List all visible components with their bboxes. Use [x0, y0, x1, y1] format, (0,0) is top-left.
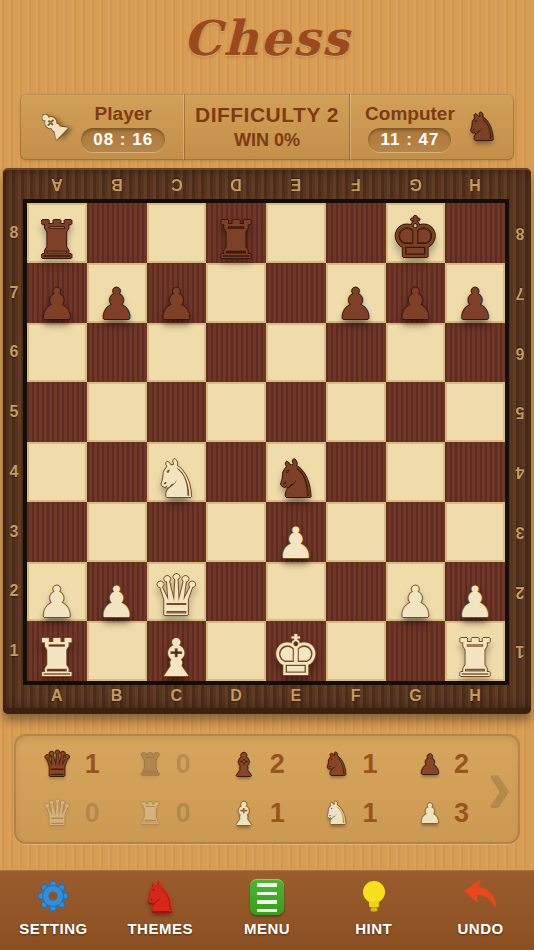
- hint-label: HINT: [355, 920, 392, 937]
- square-g1[interactable]: [386, 621, 446, 681]
- square-b7[interactable]: ♟: [87, 263, 147, 323]
- file-label-bottom-b: B: [87, 687, 147, 705]
- bottom-toolbar: SETTING ♞ THEMES MENU HINT: [0, 870, 534, 950]
- file-label-bottom-d: D: [206, 687, 266, 705]
- piece-black-knight-e4[interactable]: ♞: [273, 453, 320, 505]
- square-e5[interactable]: [266, 382, 326, 442]
- square-c7[interactable]: ♟: [147, 263, 207, 323]
- black-knight-icon: ♞: [323, 749, 351, 780]
- square-e4[interactable]: ♞: [266, 442, 326, 502]
- square-g4[interactable]: [386, 442, 446, 502]
- captured-white-pawn-count: 3: [454, 798, 469, 829]
- red-knight-icon: ♞: [141, 876, 179, 918]
- bulb-icon: [354, 876, 394, 918]
- square-h5[interactable]: [445, 382, 505, 442]
- square-c4[interactable]: ♞: [147, 442, 207, 502]
- square-f2[interactable]: [326, 562, 386, 622]
- rank-label-left-5: 5: [4, 382, 24, 442]
- white-knight-icon: ♞: [323, 798, 351, 829]
- square-d2[interactable]: [206, 562, 266, 622]
- square-d4[interactable]: [206, 442, 266, 502]
- square-h4[interactable]: [445, 442, 505, 502]
- square-c3[interactable]: [147, 502, 207, 562]
- rank-label-left-4: 4: [4, 442, 24, 502]
- square-a4[interactable]: [27, 442, 87, 502]
- square-f7[interactable]: ♟: [326, 263, 386, 323]
- square-a8[interactable]: ♜: [27, 203, 87, 263]
- rank-labels-right: 87654321: [510, 203, 530, 681]
- player-name: Player: [95, 103, 152, 125]
- square-e3[interactable]: ♟: [266, 502, 326, 562]
- black-bishop-icon: ♝: [229, 749, 258, 781]
- square-d3[interactable]: [206, 502, 266, 562]
- captured-black-bishop-count: 2: [270, 749, 285, 780]
- square-g3[interactable]: [386, 502, 446, 562]
- computer-name: Computer: [365, 103, 455, 125]
- piece-black-rook-a8[interactable]: ♜: [34, 214, 81, 266]
- win-percentage: WIN 0%: [234, 130, 300, 151]
- captured-black-pawn-count: 2: [454, 749, 469, 780]
- captured-white-row: ♛0♜0♝1♞1♟3: [24, 789, 490, 838]
- rank-label-right-8: 8: [510, 203, 530, 263]
- square-h6[interactable]: [445, 323, 505, 383]
- captured-black-queen: ♛1: [24, 747, 117, 782]
- square-c2[interactable]: ♛: [147, 562, 207, 622]
- captured-white-knight-count: 1: [363, 798, 378, 829]
- piece-white-king-e1[interactable]: ♚: [271, 628, 321, 684]
- computer-timer: 11 : 47: [368, 128, 451, 152]
- rank-label-right-7: 7: [510, 263, 530, 323]
- square-e6[interactable]: [266, 323, 326, 383]
- rank-label-left-2: 2: [4, 562, 24, 622]
- rank-label-right-6: 6: [510, 323, 530, 383]
- menu-button[interactable]: MENU: [214, 870, 321, 950]
- square-f1[interactable]: [326, 621, 386, 681]
- piece-white-rook-h1[interactable]: ♜: [452, 632, 499, 684]
- square-e7[interactable]: [266, 263, 326, 323]
- themes-label: THEMES: [127, 920, 193, 937]
- player-timer: 08 : 16: [81, 128, 165, 152]
- piece-white-pawn-b2[interactable]: ♟: [97, 581, 136, 624]
- square-e8[interactable]: [266, 203, 326, 263]
- rank-label-right-1: 1: [510, 621, 530, 681]
- square-e1[interactable]: ♚: [266, 621, 326, 681]
- square-e2[interactable]: [266, 562, 326, 622]
- piece-black-pawn-h7[interactable]: ♟: [456, 283, 495, 326]
- square-a1[interactable]: ♜: [27, 621, 87, 681]
- rank-label-right-4: 4: [510, 442, 530, 502]
- square-g2[interactable]: ♟: [386, 562, 446, 622]
- captured-black-knight-count: 1: [363, 749, 378, 780]
- captured-white-queen: ♛0: [24, 796, 117, 831]
- captured-black-knight: ♞1: [304, 749, 397, 780]
- square-f6[interactable]: [326, 323, 386, 383]
- list-icon: [250, 876, 284, 918]
- white-queen-icon: ♛: [41, 796, 72, 831]
- undo-button[interactable]: UNDO: [427, 870, 534, 950]
- square-b1[interactable]: [87, 621, 147, 681]
- chess-board-frame: ABCDEFGH 87654321 87654321 ♜♜♚♟♟♟♟♟♟♞♞♟♟…: [3, 168, 531, 714]
- page-title: Chess: [0, 10, 534, 66]
- rank-label-left-1: 1: [4, 621, 24, 681]
- black-queen-icon: ♛: [41, 747, 72, 782]
- square-b4[interactable]: [87, 442, 147, 502]
- white-pawn-icon: ♟: [418, 800, 442, 827]
- white-rook-icon: ♜: [137, 799, 164, 829]
- file-label-top-d: D: [206, 175, 266, 193]
- captured-black-rook: ♜0: [117, 749, 210, 780]
- captured-white-knight: ♞1: [304, 798, 397, 829]
- file-label-bottom-a: A: [27, 687, 87, 705]
- file-label-top-c: C: [147, 175, 207, 193]
- rank-label-right-3: 3: [510, 502, 530, 562]
- captured-black-pawn: ♟2: [397, 749, 490, 780]
- tray-expand-chevron-icon[interactable]: ❯: [487, 774, 512, 804]
- score-panel: ♝ Player 08 : 16 DIFFICULTY 2 WIN 0% Com…: [20, 94, 514, 160]
- file-label-top-a: A: [27, 175, 87, 193]
- file-label-bottom-g: G: [386, 687, 446, 705]
- piece-black-pawn-a7[interactable]: ♟: [38, 283, 77, 326]
- rank-label-left-6: 6: [4, 323, 24, 383]
- undo-label: UNDO: [458, 920, 504, 937]
- piece-white-pawn-g2[interactable]: ♟: [396, 581, 435, 624]
- piece-black-pawn-b7[interactable]: ♟: [97, 283, 136, 326]
- black-pawn-icon: ♟: [418, 751, 442, 778]
- square-b3[interactable]: [87, 502, 147, 562]
- match-info-section: DIFFICULTY 2 WIN 0%: [184, 94, 350, 160]
- piece-white-rook-a1[interactable]: ♜: [34, 632, 81, 684]
- captured-white-bishop-count: 1: [270, 798, 285, 829]
- app-background: Chess ♝ Player 08 : 16 DIFFICULTY 2 WIN …: [0, 0, 534, 950]
- difficulty-label: DIFFICULTY 2: [195, 103, 339, 127]
- captured-pieces-tray: ♛1♜0♝2♞1♟2 ♛0♜0♝1♞1♟3 ❯: [14, 734, 520, 844]
- rank-label-right-5: 5: [510, 382, 530, 442]
- captured-white-queen-count: 0: [85, 798, 100, 829]
- square-d6[interactable]: [206, 323, 266, 383]
- square-g8[interactable]: ♚: [386, 203, 446, 263]
- file-label-top-h: H: [445, 175, 505, 193]
- captured-white-rook: ♜0: [117, 798, 210, 829]
- file-label-bottom-h: H: [445, 687, 505, 705]
- piece-white-queen-c2[interactable]: ♛: [151, 568, 201, 624]
- square-c6[interactable]: [147, 323, 207, 383]
- file-label-top-b: B: [87, 175, 147, 193]
- square-f3[interactable]: [326, 502, 386, 562]
- square-d5[interactable]: [206, 382, 266, 442]
- captured-black-bishop: ♝2: [210, 749, 303, 781]
- file-label-bottom-f: F: [326, 687, 386, 705]
- square-h7[interactable]: ♟: [445, 263, 505, 323]
- rank-label-left-8: 8: [4, 203, 24, 263]
- square-d8[interactable]: ♜: [206, 203, 266, 263]
- captured-white-pawn: ♟3: [397, 798, 490, 829]
- setting-button[interactable]: SETTING: [0, 870, 107, 950]
- piece-black-pawn-g7[interactable]: ♟: [396, 283, 435, 326]
- square-h1[interactable]: ♜: [445, 621, 505, 681]
- black-knight-icon: ♞: [465, 108, 499, 146]
- captured-black-queen-count: 1: [85, 749, 100, 780]
- square-a7[interactable]: ♟: [27, 263, 87, 323]
- square-c1[interactable]: ♝: [147, 621, 207, 681]
- square-d1[interactable]: [206, 621, 266, 681]
- square-b2[interactable]: ♟: [87, 562, 147, 622]
- rank-labels-left: 87654321: [4, 203, 24, 681]
- piece-black-pawn-f7[interactable]: ♟: [336, 283, 375, 326]
- square-f8[interactable]: [326, 203, 386, 263]
- square-a6[interactable]: [27, 323, 87, 383]
- square-a2[interactable]: ♟: [27, 562, 87, 622]
- square-f4[interactable]: [326, 442, 386, 502]
- file-label-bottom-e: E: [266, 687, 326, 705]
- square-b8[interactable]: [87, 203, 147, 263]
- square-b5[interactable]: [87, 382, 147, 442]
- white-bishop-icon: ♝: [229, 798, 258, 830]
- rank-label-left-3: 3: [4, 502, 24, 562]
- board-squares: ♜♜♚♟♟♟♟♟♟♞♞♟♟♟♛♟♟♜♝♚♜: [27, 203, 505, 681]
- player-section: ♝ Player 08 : 16: [20, 94, 184, 160]
- white-bishop-icon: ♝: [29, 101, 77, 149]
- piece-black-rook-d8[interactable]: ♜: [213, 214, 260, 266]
- file-labels-bottom: ABCDEFGH: [27, 687, 505, 705]
- piece-white-bishop-c1[interactable]: ♝: [153, 632, 200, 684]
- square-d7[interactable]: [206, 263, 266, 323]
- file-label-top-e: E: [266, 175, 326, 193]
- themes-button[interactable]: ♞ THEMES: [107, 870, 214, 950]
- square-g5[interactable]: [386, 382, 446, 442]
- square-h8[interactable]: [445, 203, 505, 263]
- computer-section: Computer 11 : 47 ♞: [350, 94, 514, 160]
- piece-black-pawn-c7[interactable]: ♟: [157, 283, 196, 326]
- gear-icon: [33, 876, 73, 918]
- setting-label: SETTING: [19, 920, 88, 937]
- square-b6[interactable]: [87, 323, 147, 383]
- piece-white-knight-c4[interactable]: ♞: [153, 453, 200, 505]
- rank-label-left-7: 7: [4, 263, 24, 323]
- square-c8[interactable]: [147, 203, 207, 263]
- piece-white-pawn-e3[interactable]: ♟: [277, 522, 316, 565]
- black-rook-icon: ♜: [137, 750, 164, 780]
- square-h2[interactable]: ♟: [445, 562, 505, 622]
- undo-arrow-icon: [461, 876, 501, 918]
- square-g6[interactable]: [386, 323, 446, 383]
- captured-white-bishop: ♝1: [210, 798, 303, 830]
- square-a3[interactable]: [27, 502, 87, 562]
- square-a5[interactable]: [27, 382, 87, 442]
- piece-white-pawn-h2[interactable]: ♟: [456, 581, 495, 624]
- file-label-top-g: G: [386, 175, 446, 193]
- rank-label-right-2: 2: [510, 562, 530, 622]
- piece-black-king-g8[interactable]: ♚: [390, 210, 440, 266]
- square-h3[interactable]: [445, 502, 505, 562]
- captured-black-row: ♛1♜0♝2♞1♟2: [24, 740, 490, 789]
- file-label-bottom-c: C: [147, 687, 207, 705]
- piece-white-pawn-a2[interactable]: ♟: [38, 581, 77, 624]
- square-f5[interactable]: [326, 382, 386, 442]
- hint-button[interactable]: HINT: [320, 870, 427, 950]
- captured-black-rook-count: 0: [176, 749, 191, 780]
- captured-white-rook-count: 0: [176, 798, 191, 829]
- file-label-top-f: F: [326, 175, 386, 193]
- menu-label: MENU: [244, 920, 290, 937]
- square-c5[interactable]: [147, 382, 207, 442]
- file-labels-top: ABCDEFGH: [27, 175, 505, 193]
- square-g7[interactable]: ♟: [386, 263, 446, 323]
